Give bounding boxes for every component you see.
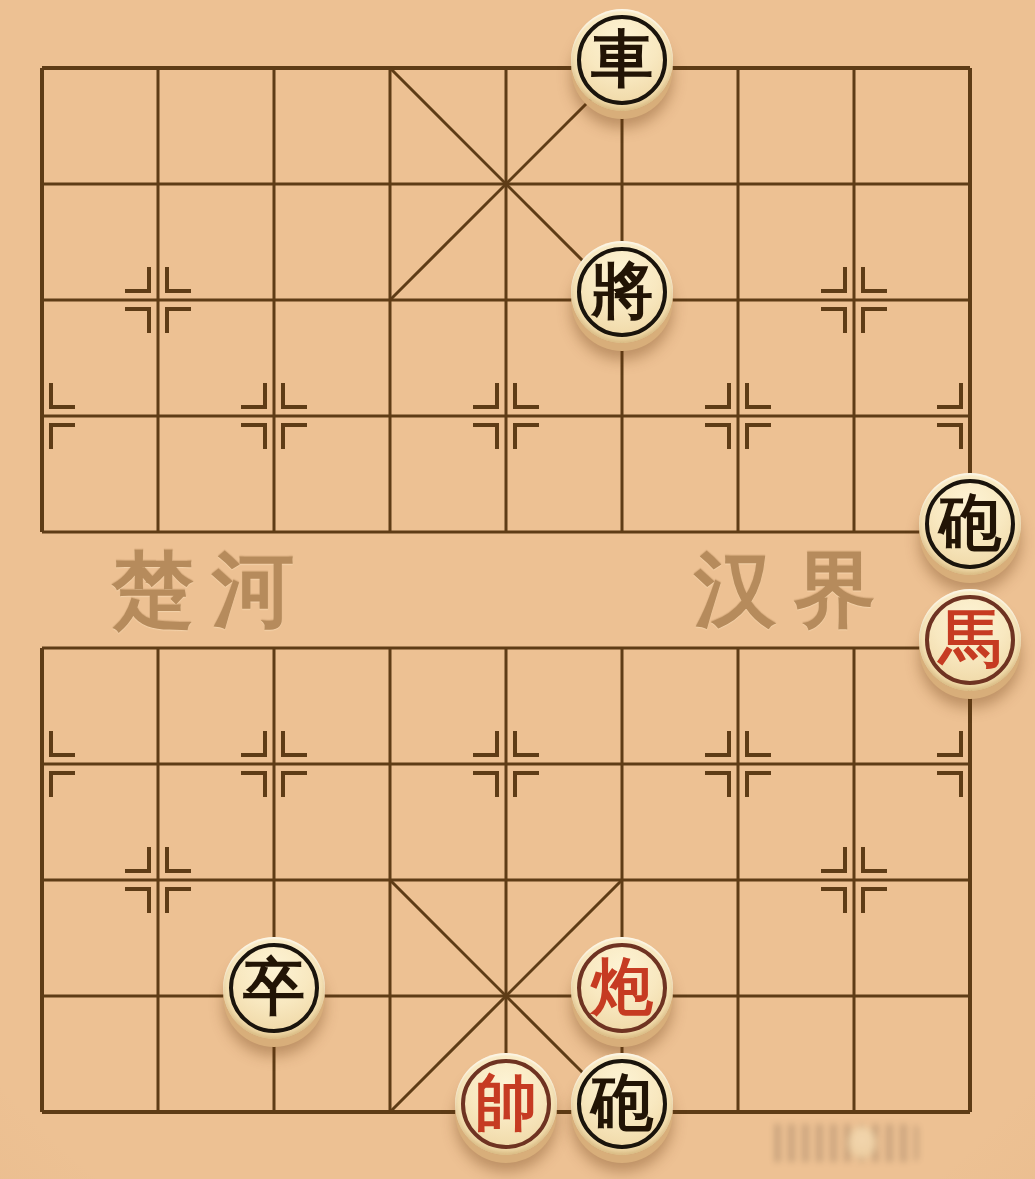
piece-character: 砲	[591, 1072, 653, 1134]
piece-ring: 帥	[461, 1059, 551, 1149]
red-cannon-piece[interactable]: 炮	[571, 937, 673, 1039]
black-cannon-bottom-piece[interactable]: 砲	[571, 1053, 673, 1155]
piece-ring: 砲	[577, 1059, 667, 1149]
black-cannon-right-piece[interactable]: 砲	[919, 473, 1021, 575]
black-general-piece[interactable]: 將	[571, 241, 673, 343]
piece-ring: 炮	[577, 943, 667, 1033]
piece-ring: 卒	[229, 943, 319, 1033]
piece-character: 炮	[591, 956, 653, 1018]
red-horse-piece[interactable]: 馬	[919, 589, 1021, 691]
piece-character: 帥	[475, 1072, 537, 1134]
piece-character: 馬	[939, 608, 1001, 670]
piece-character: 將	[591, 260, 653, 322]
black-soldier-piece[interactable]: 卒	[223, 937, 325, 1039]
piece-ring: 馬	[925, 595, 1015, 685]
piece-ring: 砲	[925, 479, 1015, 569]
xiangqi-board[interactable]: 楚河 汉界 車將砲馬卒炮帥砲	[0, 0, 1035, 1179]
black-chariot-piece[interactable]: 車	[571, 9, 673, 111]
piece-character: 砲	[939, 492, 1001, 554]
piece-character: 車	[591, 28, 653, 90]
piece-ring: 車	[577, 15, 667, 105]
red-general-piece[interactable]: 帥	[455, 1053, 557, 1155]
piece-character: 卒	[243, 956, 305, 1018]
piece-ring: 將	[577, 247, 667, 337]
pieces-layer: 車將砲馬卒炮帥砲	[0, 0, 1035, 1179]
